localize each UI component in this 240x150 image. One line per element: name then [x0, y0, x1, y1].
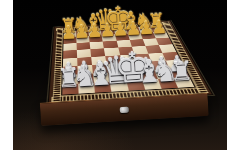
- white-margin-left: [0, 0, 13, 150]
- chess-photo: ♜♞♝♛♚♝♞♜♟♟♟♟♟♟♟♟♟♟♟♟♟♟♟♟♜♞♝♛♚♝♞♜: [13, 0, 227, 150]
- square-a1: [62, 84, 79, 95]
- square-c1: [94, 82, 112, 93]
- white-margin-right: [227, 0, 240, 150]
- square-b1: [78, 83, 95, 94]
- inlay-border-left: [52, 28, 63, 103]
- chess-board: [47, 20, 213, 105]
- latch-icon: [120, 107, 129, 114]
- scene-tilt: ♜♞♝♛♚♝♞♜♟♟♟♟♟♟♟♟♟♟♟♟♟♟♟♟♜♞♝♛♚♝♞♜: [13, 0, 227, 150]
